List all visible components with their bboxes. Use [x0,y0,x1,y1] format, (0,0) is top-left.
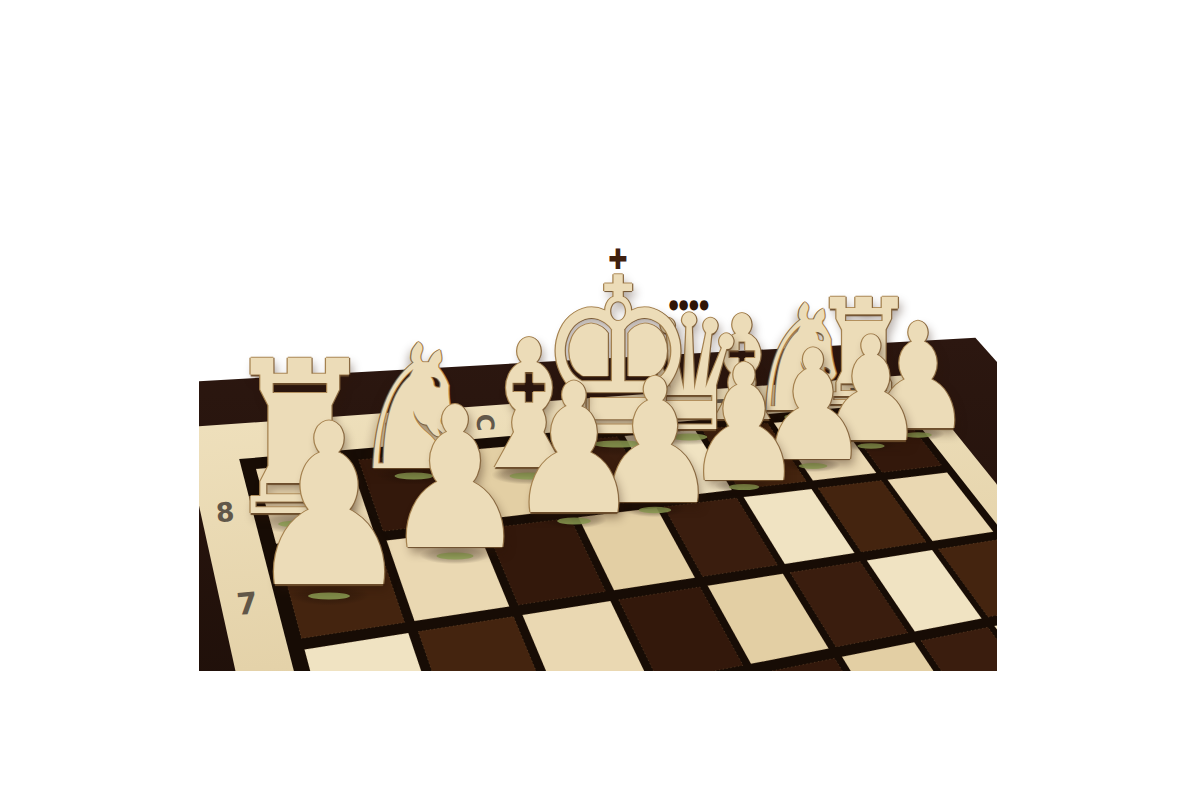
king-cross-finial: ✚ [608,245,627,273]
piece-c7-pawn: ♟ [508,360,640,540]
page-canvas: ABCDEFGH8765 ♜♞♝♟♛●●●●♚✚♟♟♞♝♟♟♟♜♟♟ [0,0,1200,800]
piece-a7-pawn: ♟ [247,395,412,619]
chess-set-product-photo: ABCDEFGH8765 ♜♞♝♟♛●●●●♚✚♟♟♞♝♟♟♟♜♟♟ [199,0,997,671]
chess-pieces-layer: ♜♞♝♟♛●●●●♚✚♟♟♞♝♟♟♟♜♟♟ [199,0,997,671]
